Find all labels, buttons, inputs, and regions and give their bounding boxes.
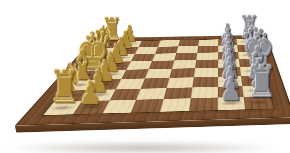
square-g6[interactable] [191, 87, 218, 99]
chess-board: ♜♞♝♛♚♝♞♜♟♟♟♟♟♟♟♟♟♟♟♟♟♟♟♟♜♞♝♛♚♝♞♜ [15, 35, 290, 126]
square-g5[interactable] [164, 87, 193, 99]
square-h6[interactable] [189, 98, 218, 111]
square-h5[interactable] [160, 98, 190, 111]
chessboard-photo: ♜♞♝♛♚♝♞♜♟♟♟♟♟♟♟♟♟♟♟♟♟♟♟♟♜♞♝♛♚♝♞♜ [0, 0, 290, 153]
piece-white-rook[interactable]: ♜ [49, 65, 75, 110]
perspective-container: ♜♞♝♛♚♝♞♜♟♟♟♟♟♟♟♟♟♟♟♟♟♟♟♟♜♞♝♛♚♝♞♜ [0, 0, 290, 153]
square-g4[interactable] [136, 88, 166, 100]
piece-black-rook[interactable]: ♜ [246, 61, 271, 104]
square-f6[interactable] [192, 77, 217, 88]
square-h4[interactable] [131, 99, 163, 113]
piece-white-pawn[interactable]: ♟ [78, 77, 104, 109]
square-f5[interactable] [167, 77, 194, 88]
piece-black-pawn[interactable]: ♟ [218, 73, 243, 104]
